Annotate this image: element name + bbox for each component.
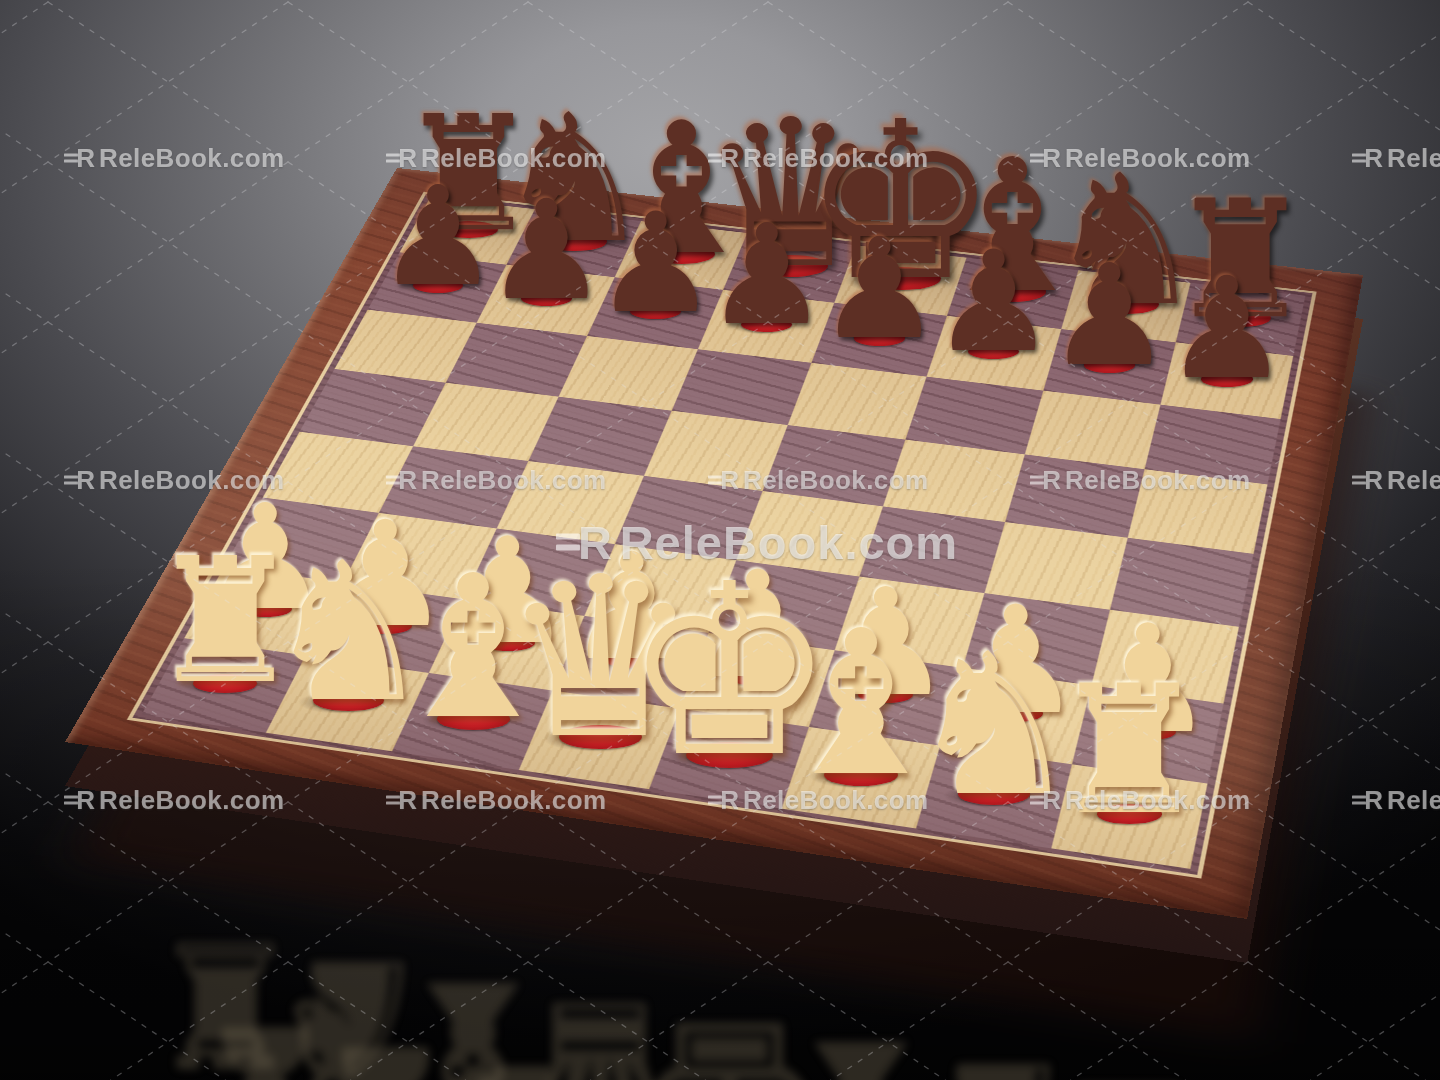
board-grid — [142, 197, 1306, 868]
watermark: RReleBook.com — [708, 143, 928, 174]
relebook-logo-icon: R — [64, 465, 95, 496]
watermark-text: ReleBook.com — [1065, 143, 1250, 174]
watermark: RReleBook.com — [1352, 143, 1440, 174]
watermark-text: ReleBook.com — [1387, 785, 1440, 816]
piece-reflection: ♞︎ — [906, 1033, 1082, 1080]
relebook-logo-icon: R — [1352, 465, 1383, 496]
relebook-logo-icon: R — [64, 143, 95, 174]
piece-reflection: ♟︎ — [566, 1064, 698, 1080]
watermark-text: ReleBook.com — [743, 143, 928, 174]
watermark: RReleBook.com — [1030, 143, 1250, 174]
piece-reflection: ♟︎ — [442, 1044, 573, 1080]
watermark: RReleBook.com — [64, 143, 284, 174]
watermark: RReleBook.com — [1352, 465, 1440, 496]
piece-reflection: ♜︎ — [1050, 1056, 1209, 1080]
relebook-logo-icon: R — [708, 143, 739, 174]
piece-reflection: ♟︎ — [200, 1005, 330, 1080]
scene: ♟︎♟︎♟︎♟︎♟︎♟︎♟︎♟︎♜︎♞︎♝︎♛︎♚︎♝︎♞︎♜︎ ♜︎♞︎♝︎♛… — [0, 0, 1440, 1080]
watermark-text: ReleBook.com — [99, 143, 284, 174]
piece-reflection: ♚︎ — [623, 986, 835, 1080]
piece-reflection: ♝︎ — [385, 951, 562, 1080]
relebook-logo-icon: R — [1352, 785, 1383, 816]
watermark: RReleBook.com — [1352, 785, 1440, 816]
piece-reflection: ♞︎ — [262, 932, 434, 1080]
watermark-text: ReleBook.com — [1387, 465, 1440, 496]
piece-reflection: ♝︎ — [771, 1011, 950, 1080]
watermark-text: ReleBook.com — [421, 143, 606, 174]
relebook-logo-icon: R — [1352, 143, 1383, 174]
watermark: RReleBook.com — [386, 143, 606, 174]
watermark-text: ReleBook.com — [1387, 143, 1440, 174]
relebook-logo-icon: R — [1030, 143, 1061, 174]
piece-reflection: ♟︎ — [320, 1024, 451, 1080]
piece-reflection: ♛︎ — [501, 968, 700, 1080]
piece-reflection: ♜︎ — [148, 915, 303, 1080]
